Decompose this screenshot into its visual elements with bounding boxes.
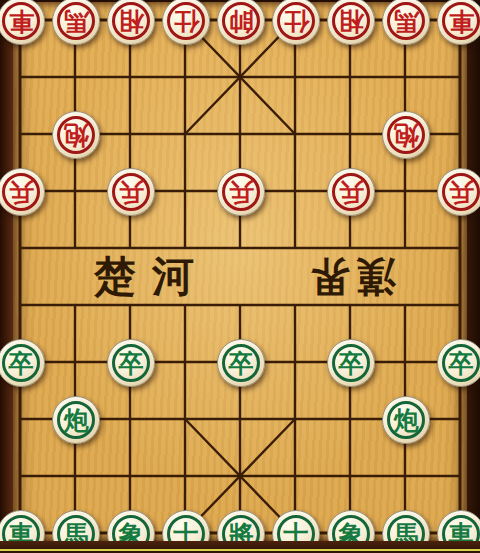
piece-red-advisor[interactable]: 仕 [162, 0, 210, 45]
piece-green-soldier[interactable]: 卒 [217, 339, 265, 387]
red-cannon-glyph: 炮 [394, 123, 419, 148]
piece-red-soldier[interactable]: 兵 [0, 168, 45, 216]
red-general-glyph: 帥 [229, 9, 254, 34]
green-soldier-glyph: 卒 [9, 351, 34, 376]
red-cannon-glyph: 炮 [64, 123, 89, 148]
red-advisor-glyph: 仕 [284, 9, 309, 34]
piece-red-soldier[interactable]: 兵 [437, 168, 480, 216]
piece-red-cannon[interactable]: 炮 [382, 111, 430, 159]
green-soldier-glyph: 卒 [339, 351, 364, 376]
red-chariot-glyph: 車 [449, 9, 474, 34]
red-advisor-glyph: 仕 [174, 9, 199, 34]
piece-green-soldier[interactable]: 卒 [0, 339, 45, 387]
piece-red-chariot[interactable]: 車 [437, 0, 480, 45]
piece-red-elephant[interactable]: 相 [327, 0, 375, 45]
green-cannon-glyph: 炮 [64, 408, 89, 433]
piece-red-general[interactable]: 帥 [217, 0, 265, 45]
green-soldier-glyph: 卒 [449, 351, 474, 376]
red-chariot-glyph: 車 [9, 9, 34, 34]
piece-red-advisor[interactable]: 仕 [272, 0, 320, 45]
piece-red-cannon[interactable]: 炮 [52, 111, 100, 159]
frame-accent-line [0, 549, 480, 551]
piece-green-soldier[interactable]: 卒 [437, 339, 480, 387]
board-frame-bottom [0, 541, 480, 553]
red-elephant-glyph: 相 [119, 9, 144, 34]
red-soldier-glyph: 兵 [119, 180, 144, 205]
red-soldier-glyph: 兵 [449, 180, 474, 205]
pieces-layer: 車馬相仕帥仕相馬車炮炮兵兵兵兵兵卒卒卒卒卒炮炮車馬象士將士象馬車 [0, 0, 480, 553]
red-horse-glyph: 馬 [394, 9, 419, 34]
piece-red-soldier[interactable]: 兵 [107, 168, 155, 216]
piece-red-chariot[interactable]: 車 [0, 0, 45, 45]
piece-green-soldier[interactable]: 卒 [107, 339, 155, 387]
piece-red-horse[interactable]: 馬 [52, 0, 100, 45]
piece-red-soldier[interactable]: 兵 [217, 168, 265, 216]
red-horse-glyph: 馬 [64, 9, 89, 34]
xiangqi-board-window: 楚河 漢界 車馬相仕帥仕相馬車炮炮兵兵兵兵兵卒卒卒卒卒炮炮車馬象士將士象馬車 [0, 0, 480, 553]
red-soldier-glyph: 兵 [339, 180, 364, 205]
green-soldier-glyph: 卒 [229, 351, 254, 376]
red-soldier-glyph: 兵 [229, 180, 254, 205]
piece-red-elephant[interactable]: 相 [107, 0, 155, 45]
red-soldier-glyph: 兵 [9, 180, 34, 205]
green-soldier-glyph: 卒 [119, 351, 144, 376]
piece-green-soldier[interactable]: 卒 [327, 339, 375, 387]
piece-red-horse[interactable]: 馬 [382, 0, 430, 45]
piece-green-cannon[interactable]: 炮 [52, 396, 100, 444]
red-elephant-glyph: 相 [339, 9, 364, 34]
piece-green-cannon[interactable]: 炮 [382, 396, 430, 444]
green-cannon-glyph: 炮 [394, 408, 419, 433]
piece-red-soldier[interactable]: 兵 [327, 168, 375, 216]
